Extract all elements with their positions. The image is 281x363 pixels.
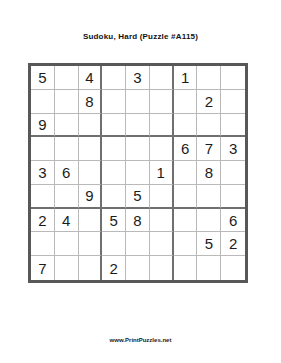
cell-r6c2[interactable] xyxy=(55,185,79,209)
cell-r6c7[interactable] xyxy=(174,185,198,209)
cell-r6c1[interactable] xyxy=(31,185,55,209)
cell-r9c7[interactable] xyxy=(174,256,198,280)
cell-r7c5[interactable]: 8 xyxy=(126,209,150,233)
cell-r7c2[interactable]: 4 xyxy=(55,209,79,233)
cell-r1c2[interactable] xyxy=(55,66,79,90)
cell-r3c9[interactable] xyxy=(221,114,245,138)
cell-r3c6[interactable] xyxy=(150,114,174,138)
cell-r8c8[interactable]: 5 xyxy=(197,232,221,256)
cell-r8c2[interactable] xyxy=(55,232,79,256)
cell-r6c8[interactable] xyxy=(197,185,221,209)
cell-r3c5[interactable] xyxy=(126,114,150,138)
cell-r3c1[interactable]: 9 xyxy=(31,114,55,138)
cell-r7c7[interactable] xyxy=(174,209,198,233)
cell-r5c3[interactable] xyxy=(79,161,103,185)
cell-r7c6[interactable] xyxy=(150,209,174,233)
cell-r1c7[interactable]: 1 xyxy=(174,66,198,90)
cell-r8c6[interactable] xyxy=(150,232,174,256)
cell-r5c8[interactable]: 8 xyxy=(197,161,221,185)
cell-r5c1[interactable]: 3 xyxy=(31,161,55,185)
cell-r9c4[interactable]: 2 xyxy=(102,256,126,280)
cell-r4c4[interactable] xyxy=(102,137,126,161)
cell-r8c3[interactable] xyxy=(79,232,103,256)
cell-r6c6[interactable] xyxy=(150,185,174,209)
cell-r3c4[interactable] xyxy=(102,114,126,138)
cell-r9c1[interactable]: 7 xyxy=(31,256,55,280)
cell-r7c3[interactable] xyxy=(79,209,103,233)
cell-r2c6[interactable] xyxy=(150,90,174,114)
cell-r4c1[interactable] xyxy=(31,137,55,161)
cell-r7c8[interactable] xyxy=(197,209,221,233)
cell-r1c5[interactable]: 3 xyxy=(126,66,150,90)
cell-r7c1[interactable]: 2 xyxy=(31,209,55,233)
cell-r4c2[interactable] xyxy=(55,137,79,161)
cell-r2c4[interactable] xyxy=(102,90,126,114)
footer-url: www.PrintPuzzles.net xyxy=(0,337,281,343)
cell-r4c7[interactable]: 6 xyxy=(174,137,198,161)
cell-r7c9[interactable]: 6 xyxy=(221,209,245,233)
cell-r4c8[interactable]: 7 xyxy=(197,137,221,161)
cell-r1c3[interactable]: 4 xyxy=(79,66,103,90)
cell-r3c2[interactable] xyxy=(55,114,79,138)
cell-r1c8[interactable] xyxy=(197,66,221,90)
cell-r7c4[interactable]: 5 xyxy=(102,209,126,233)
cell-r5c2[interactable]: 6 xyxy=(55,161,79,185)
cell-r8c4[interactable] xyxy=(102,232,126,256)
cell-r2c5[interactable] xyxy=(126,90,150,114)
cell-r9c9[interactable] xyxy=(221,256,245,280)
cell-r1c1[interactable]: 5 xyxy=(31,66,55,90)
cell-r9c3[interactable] xyxy=(79,256,103,280)
cell-r9c5[interactable] xyxy=(126,256,150,280)
cell-r4c6[interactable] xyxy=(150,137,174,161)
cell-r9c2[interactable] xyxy=(55,256,79,280)
cell-r1c4[interactable] xyxy=(102,66,126,90)
cell-r1c6[interactable] xyxy=(150,66,174,90)
puzzle-title: Sudoku, Hard (Puzzle #A115) xyxy=(0,32,281,41)
cell-r9c8[interactable] xyxy=(197,256,221,280)
cell-r2c7[interactable] xyxy=(174,90,198,114)
cell-r3c8[interactable] xyxy=(197,114,221,138)
cell-r5c5[interactable] xyxy=(126,161,150,185)
cell-r3c7[interactable] xyxy=(174,114,198,138)
cell-r4c3[interactable] xyxy=(79,137,103,161)
cell-r2c1[interactable] xyxy=(31,90,55,114)
cell-r9c6[interactable] xyxy=(150,256,174,280)
cell-r4c9[interactable]: 3 xyxy=(221,137,245,161)
cell-r2c3[interactable]: 8 xyxy=(79,90,103,114)
cell-r5c9[interactable] xyxy=(221,161,245,185)
cell-r8c9[interactable]: 2 xyxy=(221,232,245,256)
cell-r2c8[interactable]: 2 xyxy=(197,90,221,114)
cell-r8c1[interactable] xyxy=(31,232,55,256)
cell-r5c4[interactable] xyxy=(102,161,126,185)
cell-r8c5[interactable] xyxy=(126,232,150,256)
cell-r6c4[interactable] xyxy=(102,185,126,209)
sudoku-grid: 5431829673361895245865272 xyxy=(28,63,248,283)
cell-r2c2[interactable] xyxy=(55,90,79,114)
cell-r2c9[interactable] xyxy=(221,90,245,114)
cell-r6c5[interactable]: 5 xyxy=(126,185,150,209)
cell-r5c7[interactable] xyxy=(174,161,198,185)
puzzle-page: Sudoku, Hard (Puzzle #A115) 543182967336… xyxy=(0,0,281,363)
cell-r1c9[interactable] xyxy=(221,66,245,90)
cell-r8c7[interactable] xyxy=(174,232,198,256)
cell-r6c9[interactable] xyxy=(221,185,245,209)
cell-r4c5[interactable] xyxy=(126,137,150,161)
cell-r6c3[interactable]: 9 xyxy=(79,185,103,209)
cell-r5c6[interactable]: 1 xyxy=(150,161,174,185)
cell-r3c3[interactable] xyxy=(79,114,103,138)
